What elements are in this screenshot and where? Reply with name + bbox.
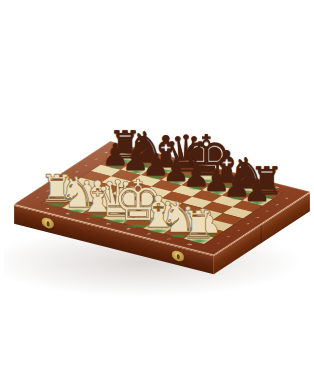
- piece-black-pawn-h7[interactable]: ♟: [242, 176, 272, 206]
- rank-label-right-4: 4: [242, 222, 253, 226]
- rank-label-right-3: 3: [232, 228, 243, 232]
- rank-label-right-6: 6: [262, 209, 273, 213]
- rank-label-right-5: 5: [252, 215, 263, 219]
- black-pawn-glyph: ♟: [242, 176, 272, 206]
- fold-seam-side: [261, 225, 262, 243]
- piece-white-rook-h1[interactable]: ♜: [180, 206, 218, 244]
- rank-label-right-7: 7: [271, 203, 282, 207]
- rank-label-right-2: 2: [223, 235, 234, 239]
- white-rook-glyph: ♜: [180, 206, 218, 244]
- brass-clasp-left: [42, 217, 54, 230]
- rank-label-left-6: 6: [81, 163, 92, 167]
- chess-set-photo: AABBCCDDEEFFGGHH1122334455667788 ♜♞♝♛♚♝♞…: [0, 0, 314, 369]
- brass-clasp-right: [172, 250, 184, 263]
